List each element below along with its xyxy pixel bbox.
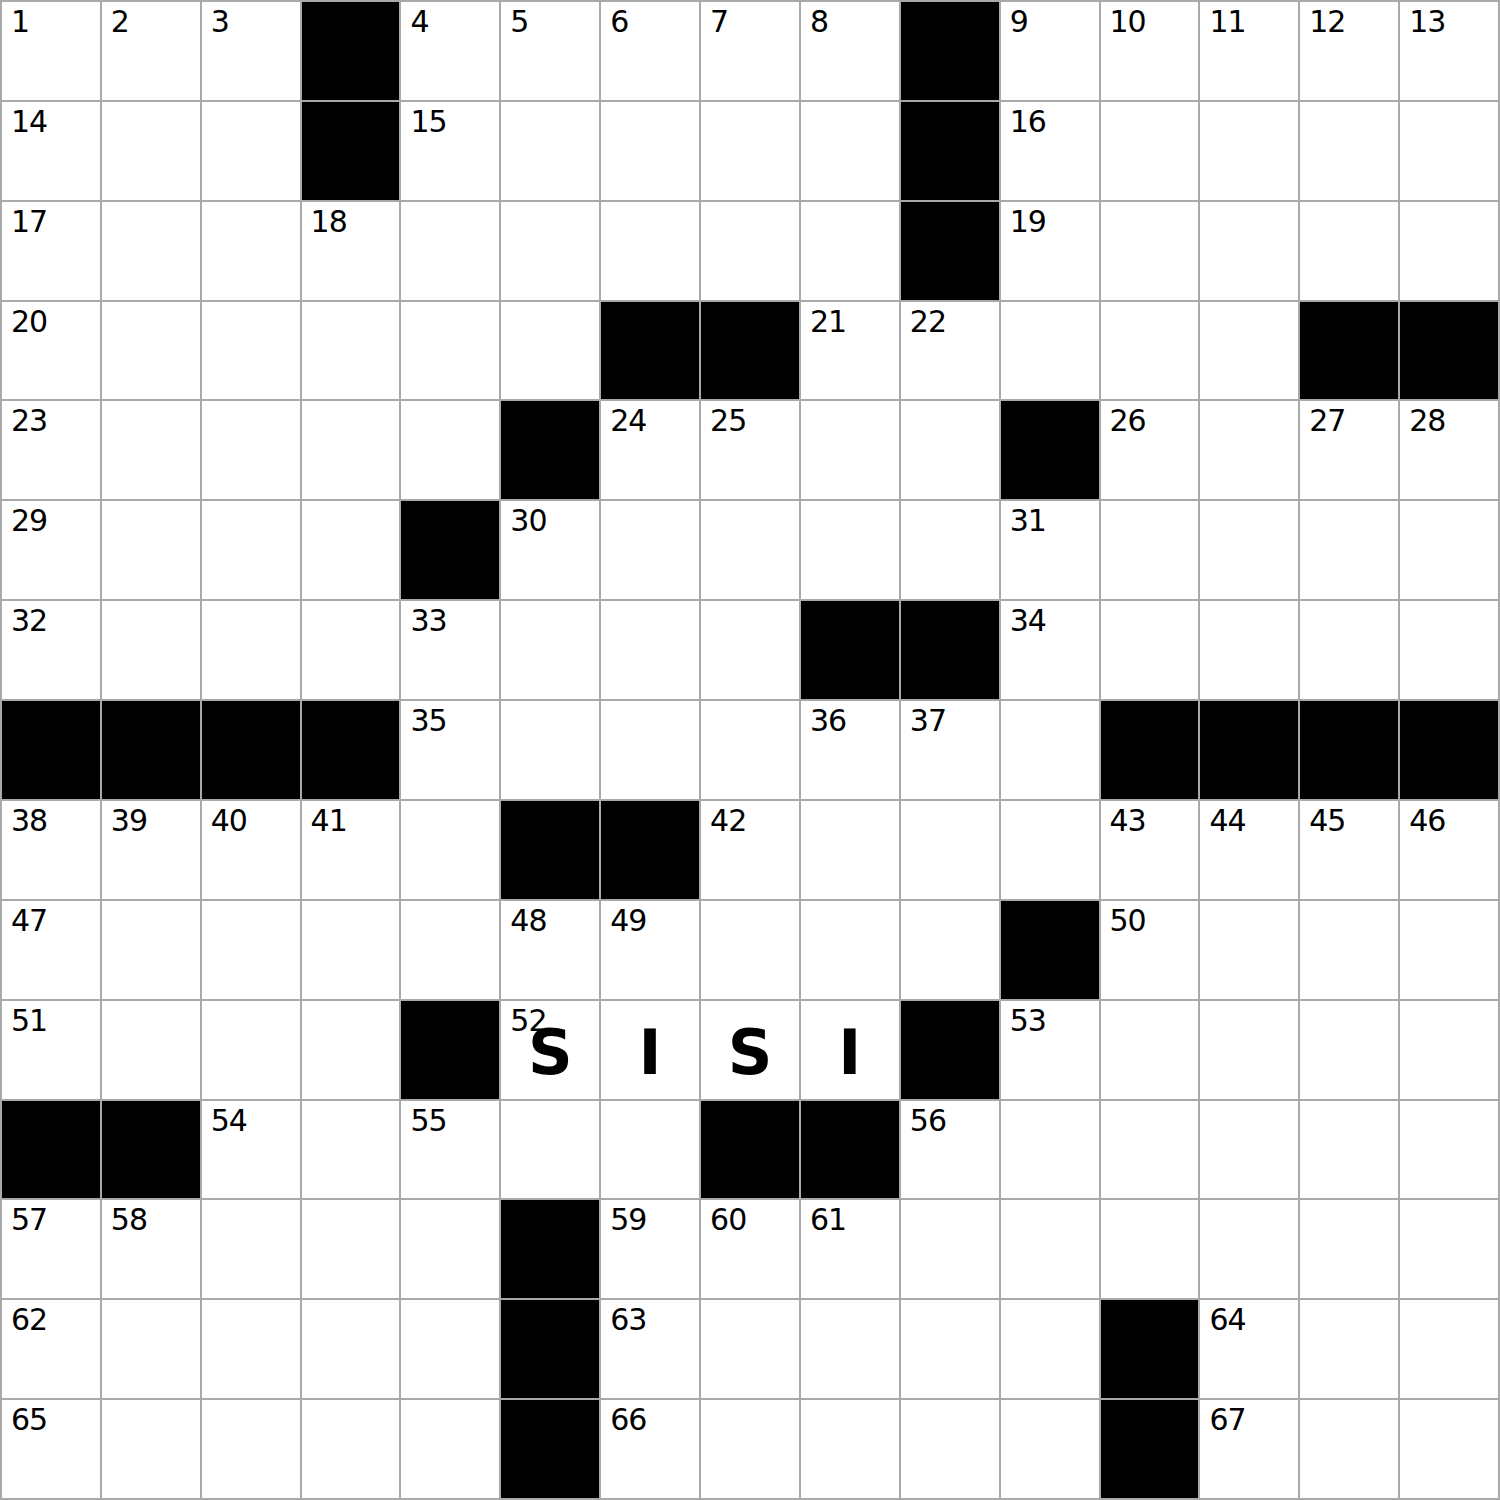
clue-number-60: 60 xyxy=(710,1205,746,1235)
cell-r2c2[interactable] xyxy=(102,102,200,200)
cell-r9c3[interactable]: 40 xyxy=(202,801,300,899)
cell-r8c7[interactable] xyxy=(601,701,699,799)
cell-r15c3[interactable] xyxy=(202,1400,300,1498)
block-r7c10 xyxy=(901,601,999,699)
cell-r8c5[interactable]: 35 xyxy=(401,701,499,799)
cell-r4c11[interactable] xyxy=(1001,302,1099,400)
block-r4c14 xyxy=(1300,302,1398,400)
cell-r5c13[interactable] xyxy=(1200,401,1298,499)
cell-r14c11[interactable] xyxy=(1001,1300,1099,1398)
cell-r13c7[interactable]: 59 xyxy=(601,1200,699,1298)
clue-number-26: 26 xyxy=(1110,406,1146,436)
cell-r13c13[interactable] xyxy=(1200,1200,1298,1298)
clue-number-1: 1 xyxy=(11,7,29,37)
cell-r4c5[interactable] xyxy=(401,302,499,400)
clue-number-34: 34 xyxy=(1010,606,1046,636)
clue-number-14: 14 xyxy=(11,107,47,137)
cell-letter-r11c9: I xyxy=(801,1001,899,1099)
block-r1c10 xyxy=(901,2,999,100)
clue-number-30: 30 xyxy=(510,506,546,536)
cell-r11c11[interactable]: 53 xyxy=(1001,1001,1099,1099)
clue-number-11: 11 xyxy=(1209,7,1245,37)
clue-number-50: 50 xyxy=(1110,906,1146,936)
cell-r10c3[interactable] xyxy=(202,901,300,999)
cell-r13c3[interactable] xyxy=(202,1200,300,1298)
cell-r11c9[interactable]: I xyxy=(801,1001,899,1099)
cell-r5c3[interactable] xyxy=(202,401,300,499)
cell-r7c5[interactable]: 33 xyxy=(401,601,499,699)
cell-r15c9[interactable] xyxy=(801,1400,899,1498)
cell-r15c1[interactable]: 65 xyxy=(2,1400,100,1498)
cell-r1c1[interactable]: 1 xyxy=(2,2,100,100)
cell-r14c10[interactable] xyxy=(901,1300,999,1398)
cell-r9c5[interactable] xyxy=(401,801,499,899)
block-r15c12 xyxy=(1101,1400,1199,1498)
cell-r13c9[interactable]: 61 xyxy=(801,1200,899,1298)
cell-r5c12[interactable]: 26 xyxy=(1101,401,1199,499)
clue-number-33: 33 xyxy=(410,606,446,636)
block-r15c6 xyxy=(501,1400,599,1498)
cell-r6c10[interactable] xyxy=(901,501,999,599)
cell-r8c8[interactable] xyxy=(701,701,799,799)
block-r8c13 xyxy=(1200,701,1298,799)
cell-r15c4[interactable] xyxy=(302,1400,400,1498)
cell-r7c2[interactable] xyxy=(102,601,200,699)
block-r8c14 xyxy=(1300,701,1398,799)
cell-r13c5[interactable] xyxy=(401,1200,499,1298)
cell-r2c15[interactable] xyxy=(1400,102,1498,200)
block-r12c1 xyxy=(2,1101,100,1199)
cell-r12c6[interactable] xyxy=(501,1101,599,1199)
block-r5c6 xyxy=(501,401,599,499)
cell-r6c14[interactable] xyxy=(1300,501,1398,599)
clue-number-49: 49 xyxy=(610,906,646,936)
cell-r10c8[interactable] xyxy=(701,901,799,999)
cell-r7c12[interactable] xyxy=(1101,601,1199,699)
cell-r5c15[interactable]: 28 xyxy=(1400,401,1498,499)
clue-number-45: 45 xyxy=(1309,806,1345,836)
clue-number-64: 64 xyxy=(1209,1305,1245,1335)
cell-r11c4[interactable] xyxy=(302,1001,400,1099)
cell-r3c5[interactable] xyxy=(401,202,499,300)
cell-r9c8[interactable]: 42 xyxy=(701,801,799,899)
cell-r8c11[interactable] xyxy=(1001,701,1099,799)
cell-r1c2[interactable]: 2 xyxy=(102,2,200,100)
block-r13c6 xyxy=(501,1200,599,1298)
clue-number-63: 63 xyxy=(610,1305,646,1335)
cell-r1c13[interactable]: 11 xyxy=(1200,2,1298,100)
cell-r9c2[interactable]: 39 xyxy=(102,801,200,899)
clue-number-28: 28 xyxy=(1409,406,1445,436)
clue-number-67: 67 xyxy=(1209,1405,1245,1435)
clue-number-29: 29 xyxy=(11,506,47,536)
cell-r9c9[interactable] xyxy=(801,801,899,899)
clue-number-20: 20 xyxy=(11,307,47,337)
block-r12c8 xyxy=(701,1101,799,1199)
block-r3c10 xyxy=(901,202,999,300)
cell-letter-r11c8: S xyxy=(701,1001,799,1099)
cell-r10c9[interactable] xyxy=(801,901,899,999)
cell-r9c13[interactable]: 44 xyxy=(1200,801,1298,899)
block-r14c12 xyxy=(1101,1300,1199,1398)
cell-r9c12[interactable]: 43 xyxy=(1101,801,1199,899)
clue-number-48: 48 xyxy=(510,906,546,936)
clue-number-35: 35 xyxy=(410,706,446,736)
clue-number-39: 39 xyxy=(111,806,147,836)
cell-r1c7[interactable]: 6 xyxy=(601,2,699,100)
cell-r5c2[interactable] xyxy=(102,401,200,499)
cell-r1c6[interactable]: 5 xyxy=(501,2,599,100)
cell-r3c7[interactable] xyxy=(601,202,699,300)
cell-r8c6[interactable] xyxy=(501,701,599,799)
cell-r4c10[interactable]: 22 xyxy=(901,302,999,400)
cell-r5c8[interactable]: 25 xyxy=(701,401,799,499)
cell-r6c8[interactable] xyxy=(701,501,799,599)
clue-number-37: 37 xyxy=(910,706,946,736)
cell-r14c2[interactable] xyxy=(102,1300,200,1398)
cell-r10c6[interactable]: 48 xyxy=(501,901,599,999)
cell-r6c11[interactable]: 31 xyxy=(1001,501,1099,599)
clue-number-19: 19 xyxy=(1010,207,1046,237)
cell-r1c15[interactable]: 13 xyxy=(1400,2,1498,100)
cell-r2c9[interactable] xyxy=(801,102,899,200)
cell-r7c4[interactable] xyxy=(302,601,400,699)
cell-r3c6[interactable] xyxy=(501,202,599,300)
clue-number-58: 58 xyxy=(111,1205,147,1235)
clue-number-61: 61 xyxy=(810,1205,846,1235)
cell-r13c10[interactable] xyxy=(901,1200,999,1298)
cell-r5c14[interactable]: 27 xyxy=(1300,401,1398,499)
cell-r14c13[interactable]: 64 xyxy=(1200,1300,1298,1398)
cell-r9c15[interactable]: 46 xyxy=(1400,801,1498,899)
cell-r3c1[interactable]: 17 xyxy=(2,202,100,300)
block-r4c15 xyxy=(1400,302,1498,400)
cell-r12c13[interactable] xyxy=(1200,1101,1298,1199)
cell-r11c12[interactable] xyxy=(1101,1001,1199,1099)
cell-r10c15[interactable] xyxy=(1400,901,1498,999)
cell-r14c14[interactable] xyxy=(1300,1300,1398,1398)
cell-r5c1[interactable]: 23 xyxy=(2,401,100,499)
clue-number-3: 3 xyxy=(211,7,229,37)
cell-r11c13[interactable] xyxy=(1200,1001,1298,1099)
cell-r15c10[interactable] xyxy=(901,1400,999,1498)
cell-r6c1[interactable]: 29 xyxy=(2,501,100,599)
cell-r10c13[interactable] xyxy=(1200,901,1298,999)
clue-number-12: 12 xyxy=(1309,7,1345,37)
cell-r12c4[interactable] xyxy=(302,1101,400,1199)
cell-r4c9[interactable]: 21 xyxy=(801,302,899,400)
cell-r13c11[interactable] xyxy=(1001,1200,1099,1298)
cell-r15c8[interactable] xyxy=(701,1400,799,1498)
cell-r10c2[interactable] xyxy=(102,901,200,999)
block-r12c9 xyxy=(801,1101,899,1199)
clue-number-31: 31 xyxy=(1010,506,1046,536)
cell-r15c7[interactable]: 66 xyxy=(601,1400,699,1498)
clue-number-8: 8 xyxy=(810,7,828,37)
cell-r5c5[interactable] xyxy=(401,401,499,499)
cell-r7c8[interactable] xyxy=(701,601,799,699)
cell-r5c7[interactable]: 24 xyxy=(601,401,699,499)
cell-r14c9[interactable] xyxy=(801,1300,899,1398)
cell-r4c4[interactable] xyxy=(302,302,400,400)
cell-r11c3[interactable] xyxy=(202,1001,300,1099)
clue-number-16: 16 xyxy=(1010,107,1046,137)
cell-r6c2[interactable] xyxy=(102,501,200,599)
cell-r9c10[interactable] xyxy=(901,801,999,899)
cell-r12c11[interactable] xyxy=(1001,1101,1099,1199)
cell-r13c1[interactable]: 57 xyxy=(2,1200,100,1298)
cell-r6c3[interactable] xyxy=(202,501,300,599)
cell-r2c7[interactable] xyxy=(601,102,699,200)
cell-r13c4[interactable] xyxy=(302,1200,400,1298)
cell-r13c8[interactable]: 60 xyxy=(701,1200,799,1298)
cell-letter-r11c7: I xyxy=(601,1001,699,1099)
cell-r12c15[interactable] xyxy=(1400,1101,1498,1199)
cell-r9c1[interactable]: 38 xyxy=(2,801,100,899)
cell-r1c9[interactable]: 8 xyxy=(801,2,899,100)
clue-number-55: 55 xyxy=(410,1106,446,1136)
block-r10c11 xyxy=(1001,901,1099,999)
cell-r2c3[interactable] xyxy=(202,102,300,200)
clue-number-57: 57 xyxy=(11,1205,47,1235)
cell-r6c6[interactable]: 30 xyxy=(501,501,599,599)
cell-r1c8[interactable]: 7 xyxy=(701,2,799,100)
clue-number-17: 17 xyxy=(11,207,47,237)
cell-r4c13[interactable] xyxy=(1200,302,1298,400)
cell-r1c14[interactable]: 12 xyxy=(1300,2,1398,100)
block-r8c2 xyxy=(102,701,200,799)
clue-number-38: 38 xyxy=(11,806,47,836)
cell-r1c12[interactable]: 10 xyxy=(1101,2,1199,100)
clue-number-43: 43 xyxy=(1110,806,1146,836)
cell-r10c10[interactable] xyxy=(901,901,999,999)
cell-r5c10[interactable] xyxy=(901,401,999,499)
cell-r1c5[interactable]: 4 xyxy=(401,2,499,100)
cell-r12c3[interactable]: 54 xyxy=(202,1101,300,1199)
cell-r2c13[interactable] xyxy=(1200,102,1298,200)
cell-r11c8[interactable]: S xyxy=(701,1001,799,1099)
cell-r3c13[interactable] xyxy=(1200,202,1298,300)
cell-r7c14[interactable] xyxy=(1300,601,1398,699)
cell-r5c9[interactable] xyxy=(801,401,899,499)
block-r2c10 xyxy=(901,102,999,200)
block-r8c3 xyxy=(202,701,300,799)
clue-number-44: 44 xyxy=(1209,806,1245,836)
cell-r12c7[interactable] xyxy=(601,1101,699,1199)
clue-number-25: 25 xyxy=(710,406,746,436)
cell-r1c11[interactable]: 9 xyxy=(1001,2,1099,100)
block-r9c7 xyxy=(601,801,699,899)
clue-number-13: 13 xyxy=(1409,7,1445,37)
cell-r3c8[interactable] xyxy=(701,202,799,300)
clue-number-9: 9 xyxy=(1010,7,1028,37)
cell-r4c12[interactable] xyxy=(1101,302,1199,400)
clue-number-40: 40 xyxy=(211,806,247,836)
cell-r6c12[interactable] xyxy=(1101,501,1199,599)
cell-r4c3[interactable] xyxy=(202,302,300,400)
block-r5c11 xyxy=(1001,401,1099,499)
block-r7c9 xyxy=(801,601,899,699)
cell-r4c6[interactable] xyxy=(501,302,599,400)
clue-number-66: 66 xyxy=(610,1405,646,1435)
cell-r11c2[interactable] xyxy=(102,1001,200,1099)
cell-r14c3[interactable] xyxy=(202,1300,300,1398)
cell-r15c14[interactable] xyxy=(1300,1400,1398,1498)
cell-r3c12[interactable] xyxy=(1101,202,1199,300)
cell-r7c3[interactable] xyxy=(202,601,300,699)
block-r11c5 xyxy=(401,1001,499,1099)
clue-number-23: 23 xyxy=(11,406,47,436)
cell-r15c11[interactable] xyxy=(1001,1400,1099,1498)
clue-number-36: 36 xyxy=(810,706,846,736)
cell-r7c7[interactable] xyxy=(601,601,699,699)
cell-r12c14[interactable] xyxy=(1300,1101,1398,1199)
cell-r2c12[interactable] xyxy=(1101,102,1199,200)
cell-r10c5[interactable] xyxy=(401,901,499,999)
block-r14c6 xyxy=(501,1300,599,1398)
cell-r15c2[interactable] xyxy=(102,1400,200,1498)
clue-number-10: 10 xyxy=(1110,7,1146,37)
block-r4c8 xyxy=(701,302,799,400)
cell-r7c11[interactable]: 34 xyxy=(1001,601,1099,699)
cell-r10c12[interactable]: 50 xyxy=(1101,901,1199,999)
block-r8c1 xyxy=(2,701,100,799)
block-r9c6 xyxy=(501,801,599,899)
cell-r13c12[interactable] xyxy=(1101,1200,1199,1298)
block-r8c15 xyxy=(1400,701,1498,799)
cell-r8c9[interactable]: 36 xyxy=(801,701,899,799)
cell-r7c6[interactable] xyxy=(501,601,599,699)
cell-r14c4[interactable] xyxy=(302,1300,400,1398)
block-r2c4 xyxy=(302,102,400,200)
cell-r6c13[interactable] xyxy=(1200,501,1298,599)
clue-number-62: 62 xyxy=(11,1305,47,1335)
clue-number-21: 21 xyxy=(810,307,846,337)
clue-number-51: 51 xyxy=(11,1006,47,1036)
cell-r15c13[interactable]: 67 xyxy=(1200,1400,1298,1498)
cell-r7c15[interactable] xyxy=(1400,601,1498,699)
cell-r3c9[interactable] xyxy=(801,202,899,300)
cell-r5c4[interactable] xyxy=(302,401,400,499)
clue-number-4: 4 xyxy=(410,7,428,37)
clue-number-22: 22 xyxy=(910,307,946,337)
cell-r13c14[interactable] xyxy=(1300,1200,1398,1298)
cell-r11c14[interactable] xyxy=(1300,1001,1398,1099)
cell-r6c4[interactable] xyxy=(302,501,400,599)
clue-number-65: 65 xyxy=(11,1405,47,1435)
clue-number-32: 32 xyxy=(11,606,47,636)
cell-r14c15[interactable] xyxy=(1400,1300,1498,1398)
cell-r4c1[interactable]: 20 xyxy=(2,302,100,400)
cell-r15c15[interactable] xyxy=(1400,1400,1498,1498)
cell-r12c12[interactable] xyxy=(1101,1101,1199,1199)
block-r4c7 xyxy=(601,302,699,400)
cell-r9c4[interactable]: 41 xyxy=(302,801,400,899)
cell-r7c1[interactable]: 32 xyxy=(2,601,100,699)
cell-r14c7[interactable]: 63 xyxy=(601,1300,699,1398)
cell-r3c14[interactable] xyxy=(1300,202,1398,300)
cell-r11c1[interactable]: 51 xyxy=(2,1001,100,1099)
block-r11c10 xyxy=(901,1001,999,1099)
clue-number-2: 2 xyxy=(111,7,129,37)
cell-r13c2[interactable]: 58 xyxy=(102,1200,200,1298)
clue-number-59: 59 xyxy=(610,1205,646,1235)
clue-number-54: 54 xyxy=(211,1106,247,1136)
cell-r1c3[interactable]: 3 xyxy=(202,2,300,100)
clue-number-27: 27 xyxy=(1309,406,1345,436)
cell-r2c5[interactable]: 15 xyxy=(401,102,499,200)
crossword-grid: 1234567891011121314151617181920212223242… xyxy=(0,0,1500,1500)
block-r8c4 xyxy=(302,701,400,799)
clue-number-56: 56 xyxy=(910,1106,946,1136)
block-r8c12 xyxy=(1101,701,1199,799)
cell-r8c10[interactable]: 37 xyxy=(901,701,999,799)
cell-r10c14[interactable] xyxy=(1300,901,1398,999)
clue-number-24: 24 xyxy=(610,406,646,436)
cell-r3c15[interactable] xyxy=(1400,202,1498,300)
cell-r14c8[interactable] xyxy=(701,1300,799,1398)
cell-r11c6[interactable]: 52S xyxy=(501,1001,599,1099)
cell-r3c2[interactable] xyxy=(102,202,200,300)
cell-r9c14[interactable]: 45 xyxy=(1300,801,1398,899)
cell-r2c8[interactable] xyxy=(701,102,799,200)
clue-number-42: 42 xyxy=(710,806,746,836)
clue-number-41: 41 xyxy=(311,806,347,836)
cell-r13c15[interactable] xyxy=(1400,1200,1498,1298)
clue-number-15: 15 xyxy=(410,107,446,137)
clue-number-47: 47 xyxy=(11,906,47,936)
cell-r2c11[interactable]: 16 xyxy=(1001,102,1099,200)
clue-number-53: 53 xyxy=(1010,1006,1046,1036)
cell-r12c5[interactable]: 55 xyxy=(401,1101,499,1199)
clue-number-46: 46 xyxy=(1409,806,1445,836)
clue-number-7: 7 xyxy=(710,7,728,37)
cell-r2c6[interactable] xyxy=(501,102,599,200)
cell-r9c11[interactable] xyxy=(1001,801,1099,899)
cell-r10c4[interactable] xyxy=(302,901,400,999)
cell-r15c5[interactable] xyxy=(401,1400,499,1498)
cell-r3c3[interactable] xyxy=(202,202,300,300)
cell-r6c7[interactable] xyxy=(601,501,699,599)
cell-r2c14[interactable] xyxy=(1300,102,1398,200)
cell-r12c10[interactable]: 56 xyxy=(901,1101,999,1199)
block-r6c5 xyxy=(401,501,499,599)
clue-number-5: 5 xyxy=(510,7,528,37)
cell-r6c15[interactable] xyxy=(1400,501,1498,599)
cell-r11c15[interactable] xyxy=(1400,1001,1498,1099)
clue-number-6: 6 xyxy=(610,7,628,37)
block-r12c2 xyxy=(102,1101,200,1199)
cell-r6c9[interactable] xyxy=(801,501,899,599)
cell-r11c7[interactable]: I xyxy=(601,1001,699,1099)
cell-r3c11[interactable]: 19 xyxy=(1001,202,1099,300)
clue-number-18: 18 xyxy=(311,207,347,237)
cell-r3c4[interactable]: 18 xyxy=(302,202,400,300)
cell-r14c1[interactable]: 62 xyxy=(2,1300,100,1398)
cell-r10c7[interactable]: 49 xyxy=(601,901,699,999)
block-r1c4 xyxy=(302,2,400,100)
cell-r2c1[interactable]: 14 xyxy=(2,102,100,200)
cell-r10c1[interactable]: 47 xyxy=(2,901,100,999)
cell-r14c5[interactable] xyxy=(401,1300,499,1398)
cell-letter-r11c6: S xyxy=(501,1001,599,1099)
cell-r7c13[interactable] xyxy=(1200,601,1298,699)
cell-r4c2[interactable] xyxy=(102,302,200,400)
